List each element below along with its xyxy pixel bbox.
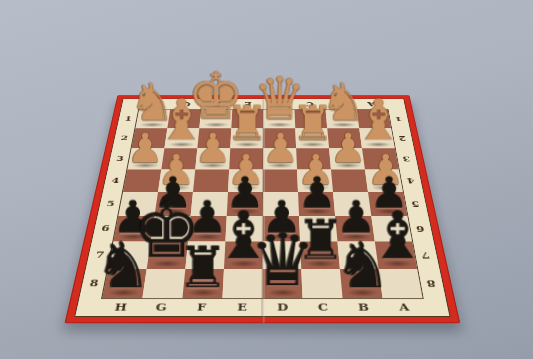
black-knight[interactable]: ♞ bbox=[334, 235, 391, 296]
chess-board: HGFEDCBA1♞♚♛♞12♝♜♜♝23♟♟♟♟34♟♟♟♟45♟♟♟♟56♟… bbox=[64, 95, 460, 323]
file-label-near-e: E bbox=[222, 298, 263, 316]
file-label-near-a: A bbox=[383, 298, 426, 316]
red-border: HGFEDCBA1♞♚♛♞12♝♜♜♝23♟♟♟♟34♟♟♟♟45♟♟♟♟56♟… bbox=[64, 95, 460, 323]
square-f8[interactable]: ♜ bbox=[182, 269, 224, 298]
square-h8[interactable]: ♞ bbox=[102, 269, 146, 298]
square-d3[interactable]: ♟ bbox=[263, 148, 297, 169]
square-d4[interactable] bbox=[263, 169, 298, 192]
square-d8[interactable]: ♛ bbox=[262, 269, 302, 298]
file-label-near-f: F bbox=[181, 298, 223, 316]
file-label-near-g: G bbox=[140, 298, 183, 316]
file-label-near-c: C bbox=[303, 298, 345, 316]
white-pawn[interactable]: ♟ bbox=[262, 129, 298, 168]
rank-label-right-8: 8 bbox=[417, 269, 445, 298]
black-knight[interactable]: ♞ bbox=[94, 235, 151, 296]
black-rook[interactable]: ♜ bbox=[177, 242, 228, 296]
square-b8[interactable]: ♞ bbox=[340, 269, 383, 298]
white-pawn[interactable]: ♟ bbox=[194, 129, 230, 168]
file-label-near-b: B bbox=[343, 298, 385, 316]
coordinate-band: HGFEDCBA1♞♚♛♞12♝♜♜♝23♟♟♟♟34♟♟♟♟45♟♟♟♟56♟… bbox=[74, 99, 450, 317]
file-label-near-d: D bbox=[262, 298, 303, 316]
white-pawn[interactable]: ♟ bbox=[330, 129, 366, 168]
black-queen[interactable]: ♛ bbox=[250, 226, 315, 295]
square-f3[interactable]: ♟ bbox=[195, 148, 230, 169]
file-label-near-h: H bbox=[99, 298, 142, 316]
photo-stage: HGFEDCBA1♞♚♛♞12♝♜♜♝23♟♟♟♟34♟♟♟♟45♟♟♟♟56♟… bbox=[0, 0, 533, 359]
band-corner bbox=[423, 298, 450, 316]
